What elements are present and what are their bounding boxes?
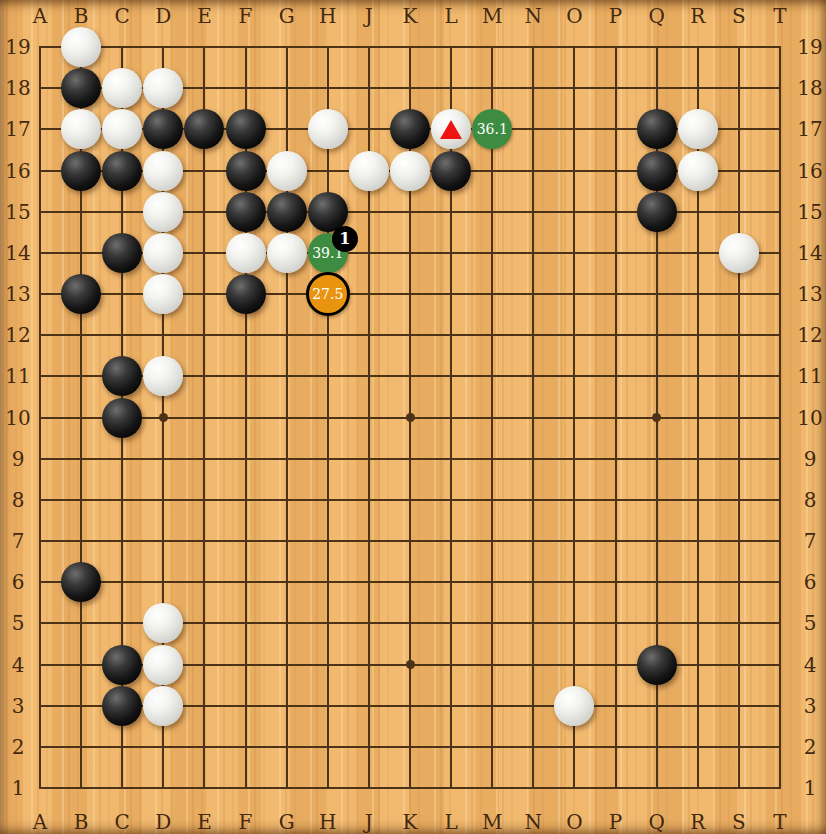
row-label-right: 10 xyxy=(790,407,826,429)
row-label-right: 8 xyxy=(790,489,826,511)
black-stone[interactable] xyxy=(637,645,677,685)
white-stone[interactable] xyxy=(554,686,594,726)
grid-line-vertical xyxy=(573,46,575,789)
column-label-bottom: M xyxy=(472,811,512,833)
column-label-bottom: O xyxy=(554,811,594,833)
column-label-bottom: A xyxy=(20,811,60,833)
black-stone[interactable] xyxy=(637,151,677,191)
column-label-top: Q xyxy=(637,5,677,27)
grid-line-vertical xyxy=(779,46,781,789)
white-stone[interactable] xyxy=(102,109,142,149)
row-label-left: 8 xyxy=(0,489,38,511)
black-stone[interactable] xyxy=(61,274,101,314)
column-label-bottom: P xyxy=(596,811,636,833)
column-label-bottom: S xyxy=(719,811,759,833)
star-point xyxy=(406,660,415,669)
column-label-bottom: N xyxy=(513,811,553,833)
column-label-top: H xyxy=(308,5,348,27)
row-label-right: 16 xyxy=(790,160,826,182)
grid-line-horizontal xyxy=(39,787,781,789)
black-stone[interactable] xyxy=(184,109,224,149)
row-label-right: 12 xyxy=(790,324,826,346)
black-stone[interactable] xyxy=(226,151,266,191)
row-label-right: 15 xyxy=(790,201,826,223)
black-stone[interactable] xyxy=(226,274,266,314)
row-label-right: 14 xyxy=(790,242,826,264)
row-label-right: 17 xyxy=(790,118,826,140)
black-stone[interactable] xyxy=(61,151,101,191)
column-label-bottom: F xyxy=(226,811,266,833)
row-label-right: 18 xyxy=(790,77,826,99)
row-label-left: 4 xyxy=(0,654,38,676)
white-stone[interactable] xyxy=(267,151,307,191)
column-label-top: D xyxy=(143,5,183,27)
suggested-move-circle[interactable]: 27.5 xyxy=(306,272,350,316)
grid-line-horizontal xyxy=(39,746,781,748)
column-label-bottom: K xyxy=(390,811,430,833)
column-label-top: A xyxy=(20,5,60,27)
row-label-left: 14 xyxy=(0,242,38,264)
star-point xyxy=(406,413,415,422)
black-stone[interactable] xyxy=(637,192,677,232)
black-stone[interactable] xyxy=(390,109,430,149)
black-stone[interactable] xyxy=(267,192,307,232)
row-label-right: 4 xyxy=(790,654,826,676)
column-label-bottom: D xyxy=(143,811,183,833)
black-stone[interactable] xyxy=(226,192,266,232)
black-stone[interactable] xyxy=(102,151,142,191)
grid-line-vertical xyxy=(491,46,493,789)
grid-line-vertical xyxy=(738,46,740,789)
black-stone[interactable] xyxy=(637,109,677,149)
column-label-bottom: L xyxy=(431,811,471,833)
column-label-bottom: H xyxy=(308,811,348,833)
column-label-top: B xyxy=(61,5,101,27)
row-label-left: 13 xyxy=(0,283,38,305)
white-stone[interactable] xyxy=(61,109,101,149)
grid-line-horizontal xyxy=(39,499,781,501)
white-stone[interactable] xyxy=(143,274,183,314)
grid-line-horizontal xyxy=(39,540,781,542)
suggested-move-circle[interactable]: 36.1 xyxy=(472,109,512,149)
black-stone[interactable] xyxy=(102,645,142,685)
black-stone[interactable] xyxy=(143,109,183,149)
column-label-bottom: B xyxy=(61,811,101,833)
row-label-left: 7 xyxy=(0,530,38,552)
column-label-top: M xyxy=(472,5,512,27)
black-stone[interactable] xyxy=(431,151,471,191)
white-stone[interactable] xyxy=(143,192,183,232)
row-label-right: 6 xyxy=(790,571,826,593)
row-label-left: 16 xyxy=(0,160,38,182)
column-label-bottom: T xyxy=(760,811,800,833)
row-label-right: 9 xyxy=(790,448,826,470)
column-label-top: R xyxy=(678,5,718,27)
suggested-move-score: 36.1 xyxy=(477,121,508,137)
white-stone[interactable] xyxy=(61,27,101,67)
row-label-right: 19 xyxy=(790,36,826,58)
white-stone[interactable] xyxy=(143,356,183,396)
grid-line-horizontal xyxy=(39,458,781,460)
row-label-left: 9 xyxy=(0,448,38,470)
row-label-left: 12 xyxy=(0,324,38,346)
move-number-badge: 1 xyxy=(332,226,358,252)
suggested-move-score: 27.5 xyxy=(312,286,343,302)
white-stone[interactable] xyxy=(719,233,759,273)
row-label-left: 3 xyxy=(0,695,38,717)
row-label-left: 2 xyxy=(0,736,38,758)
row-label-right: 1 xyxy=(790,777,826,799)
white-stone[interactable] xyxy=(226,233,266,273)
white-stone[interactable] xyxy=(390,151,430,191)
row-label-right: 3 xyxy=(790,695,826,717)
white-stone[interactable] xyxy=(267,233,307,273)
white-stone[interactable] xyxy=(143,686,183,726)
row-label-left: 11 xyxy=(0,365,38,387)
white-stone[interactable] xyxy=(143,233,183,273)
white-stone[interactable] xyxy=(143,645,183,685)
row-label-left: 6 xyxy=(0,571,38,593)
column-label-top: N xyxy=(513,5,553,27)
black-stone[interactable] xyxy=(102,233,142,273)
column-label-top: J xyxy=(349,5,389,27)
column-label-top: C xyxy=(102,5,142,27)
column-label-bottom: G xyxy=(267,811,307,833)
row-label-right: 5 xyxy=(790,612,826,634)
black-stone[interactable] xyxy=(61,68,101,108)
black-stone[interactable] xyxy=(61,562,101,602)
white-stone[interactable] xyxy=(678,109,718,149)
white-stone[interactable] xyxy=(143,603,183,643)
column-label-bottom: E xyxy=(184,811,224,833)
column-label-top: T xyxy=(760,5,800,27)
row-label-left: 5 xyxy=(0,612,38,634)
white-stone[interactable] xyxy=(349,151,389,191)
column-label-bottom: R xyxy=(678,811,718,833)
white-stone[interactable] xyxy=(308,109,348,149)
grid-line-vertical xyxy=(615,46,617,789)
row-label-right: 7 xyxy=(790,530,826,552)
star-point xyxy=(159,413,168,422)
column-label-top: F xyxy=(226,5,266,27)
row-label-left: 10 xyxy=(0,407,38,429)
grid-line-horizontal xyxy=(39,581,781,583)
row-label-right: 2 xyxy=(790,736,826,758)
white-stone[interactable] xyxy=(143,68,183,108)
black-stone[interactable] xyxy=(226,109,266,149)
row-label-left: 15 xyxy=(0,201,38,223)
go-board[interactable]: AABBCCDDEEFFGGHHJJKKLLMMNNOOPPQQRRSSTT19… xyxy=(0,0,826,834)
row-label-left: 18 xyxy=(0,77,38,99)
column-label-top: G xyxy=(267,5,307,27)
white-stone[interactable] xyxy=(678,151,718,191)
white-stone[interactable] xyxy=(102,68,142,108)
row-label-left: 17 xyxy=(0,118,38,140)
row-label-right: 13 xyxy=(790,283,826,305)
white-stone[interactable] xyxy=(143,151,183,191)
column-label-bottom: J xyxy=(349,811,389,833)
black-stone[interactable] xyxy=(102,356,142,396)
go-analysis-app: AABBCCDDEEFFGGHHJJKKLLMMNNOOPPQQRRSSTT19… xyxy=(0,0,826,834)
column-label-top: E xyxy=(184,5,224,27)
column-label-top: K xyxy=(390,5,430,27)
black-stone[interactable] xyxy=(102,686,142,726)
black-stone[interactable] xyxy=(102,398,142,438)
grid-line-vertical xyxy=(532,46,534,789)
row-label-left: 19 xyxy=(0,36,38,58)
row-label-right: 11 xyxy=(790,365,826,387)
last-move-triangle-icon xyxy=(440,120,462,139)
row-label-left: 1 xyxy=(0,777,38,799)
star-point xyxy=(652,413,661,422)
column-label-top: P xyxy=(596,5,636,27)
column-label-top: L xyxy=(431,5,471,27)
column-label-top: S xyxy=(719,5,759,27)
column-label-top: O xyxy=(554,5,594,27)
column-label-bottom: Q xyxy=(637,811,677,833)
column-label-bottom: C xyxy=(102,811,142,833)
